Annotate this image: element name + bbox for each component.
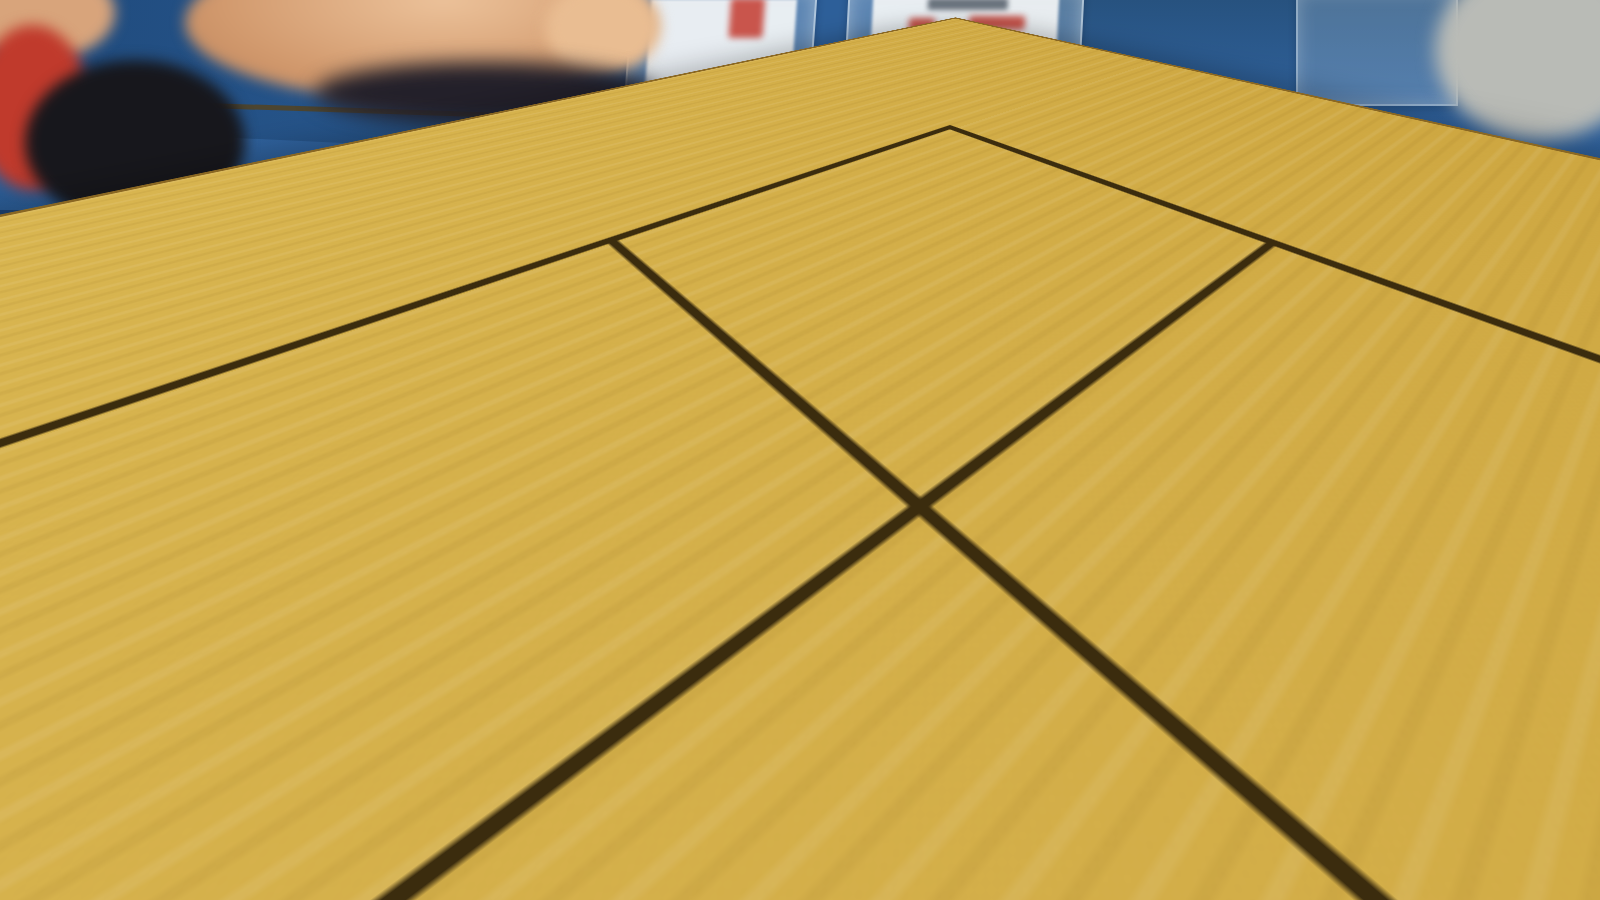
piece-ring: 兵 — [740, 724, 923, 870]
piece-red-cannon[interactable]: 炮 — [1186, 245, 1314, 339]
acrylic-sign — [843, 0, 1085, 94]
piece-black-soldier[interactable]: 卒 — [359, 413, 505, 527]
piece-character: 馬 — [1150, 172, 1190, 202]
piece-ring: 相 — [1382, 550, 1558, 684]
piece-ring: 炮 — [1006, 255, 1117, 337]
piece-character: 炮 — [1222, 269, 1278, 316]
piece-character: 車 — [836, 345, 897, 400]
sign-red-text-blur — [728, 0, 765, 38]
piece-ring: 馬 — [400, 174, 491, 231]
piece-character: 兵 — [848, 189, 886, 218]
piece-character: 卒 — [393, 435, 471, 505]
piece-ring: 車 — [665, 215, 761, 288]
sign-red-text-blur — [969, 16, 1026, 30]
piece-character: 仕 — [1485, 198, 1545, 241]
piece-character: 卒 — [462, 275, 523, 330]
piece-ring: 象 — [267, 264, 377, 341]
piece-character: 炮 — [116, 452, 199, 523]
sign-card — [645, 0, 797, 89]
piece-red-soldier[interactable]: 兵 — [726, 713, 936, 881]
piece-red-soldier[interactable]: 兵 — [1039, 404, 1195, 524]
piece-red-soldier[interactable]: 兵 — [951, 94, 1039, 148]
piece-black-cannon[interactable]: 炮 — [78, 428, 238, 546]
piece-ring: 車 — [0, 272, 85, 349]
piece-ring: 帥 — [1523, 248, 1600, 326]
piece-ring: 馬 — [791, 531, 951, 653]
sign-red-text-blur — [908, 18, 935, 44]
piece-character: 馬 — [424, 188, 465, 218]
piece-red-elephant[interactable]: 相 — [1369, 540, 1571, 694]
piece-black-soldier[interactable]: 卒 — [603, 101, 689, 155]
piece-black-horse[interactable]: 馬 — [393, 170, 497, 236]
piece-ring: 馬 — [1124, 157, 1216, 216]
piece-ring: 炮 — [88, 436, 227, 539]
piece-character: 車 — [15, 285, 66, 334]
river-character: 漢 — [652, 581, 763, 668]
piece-ring: 卒 — [609, 105, 684, 152]
piece-red-soldier[interactable]: 兵 — [818, 171, 916, 237]
piece-ring: 卒 — [40, 715, 252, 886]
piece-character: 炮 — [1034, 273, 1090, 320]
piece-black-soldier[interactable]: 卒 — [24, 702, 268, 898]
piece-red-chariot[interactable]: 車 — [798, 319, 934, 425]
piece-character: 馬 — [143, 206, 197, 247]
piece-character: 兵 — [783, 752, 880, 841]
piece-black-advisor[interactable]: 士 — [90, 271, 230, 363]
piece-character: 卒 — [82, 741, 210, 858]
photo-scene: 楚河界漢 馬馬卒炮車士象卒卒炮卒車兵兵馬相仕帥炮炮車兵馬兵相 — [0, 0, 1600, 900]
piece-ring: 馬 — [120, 194, 219, 260]
piece-character: 車 — [688, 230, 738, 274]
piece-ring: 卒 — [440, 261, 544, 343]
hand-shadow — [315, 62, 655, 124]
piece-character: 相 — [1411, 565, 1529, 669]
piece-character: 卒 — [628, 115, 664, 141]
piece-ring: 兵 — [824, 175, 909, 232]
piece-ring: 士 — [99, 277, 221, 357]
piece-ring: 卒 — [368, 420, 495, 519]
sign-text-blur — [928, 0, 1009, 10]
sign-card — [869, 0, 1059, 84]
piece-black-horse[interactable]: 馬 — [113, 189, 227, 265]
piece-ring: 兵 — [957, 98, 1034, 145]
piece-character: 兵 — [978, 109, 1012, 133]
piece-ring: 炮 — [1194, 251, 1305, 333]
acrylic-sign — [1296, 0, 1458, 106]
piece-red-horse[interactable]: 馬 — [779, 522, 963, 662]
piece-character: 馬 — [828, 554, 914, 630]
piece-ring: 車 — [807, 326, 925, 418]
piece-black-chariot[interactable]: 車 — [658, 210, 768, 294]
piece-character: 帥 — [1536, 254, 1600, 319]
piece-ring: 兵 — [1049, 412, 1185, 516]
piece-character: 相 — [1433, 160, 1471, 185]
piece-red-cannon[interactable]: 炮 — [998, 249, 1126, 343]
piece-black-elephant[interactable]: 象 — [259, 258, 385, 346]
piece-character: 兵 — [1073, 425, 1161, 503]
piece-red-horse[interactable]: 馬 — [1117, 153, 1223, 221]
piece-character: 士 — [133, 296, 188, 338]
piece-character: 象 — [295, 281, 349, 324]
piece-black-soldier[interactable]: 卒 — [432, 255, 552, 349]
